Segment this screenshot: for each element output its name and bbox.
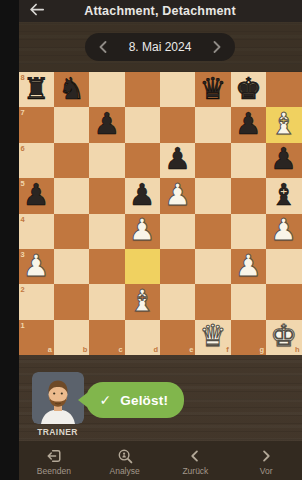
chess-board: 8♜♞♛♚7♟♟♝6♟♟5♟♟♟♝4♟♟3♟♟2♝1abcdef♛gh♚ [19,72,302,355]
square-c5[interactable] [89,178,124,213]
square-h4[interactable]: ♟ [266,214,301,249]
square-b4[interactable] [54,214,89,249]
square-h6[interactable]: ♟ [266,143,301,178]
chevron-right-icon[interactable] [210,40,224,54]
square-e2[interactable] [160,284,195,319]
white-queen: ♛ [200,321,227,351]
square-d3[interactable] [125,249,160,284]
square-e8[interactable] [160,72,195,107]
solved-bubble: ✓ Gelöst! [86,382,185,418]
white-pawn: ♟ [270,215,297,245]
square-a4[interactable]: 4 [19,214,54,249]
square-b2[interactable] [54,284,89,319]
square-f3[interactable] [195,249,230,284]
square-g1[interactable]: g [231,320,266,355]
nav-label: Vor [260,466,273,476]
square-d5[interactable]: ♟ [125,178,160,213]
square-a3[interactable]: 3♟ [19,249,54,284]
square-b8[interactable]: ♞ [54,72,89,107]
back-button[interactable] [27,2,47,20]
nav-label: Zurück [182,466,208,476]
date-zone: 8. Mai 2024 [19,22,302,72]
magnifier-icon [117,448,133,464]
white-bishop: ♝ [129,286,156,316]
square-g8[interactable]: ♚ [231,72,266,107]
black-pawn: ♟ [129,180,156,210]
white-pawn: ♟ [235,251,262,281]
square-f6[interactable] [195,143,230,178]
square-c4[interactable] [89,214,124,249]
square-b1[interactable]: b [54,320,89,355]
white-king: ♚ [270,321,297,351]
square-a2[interactable]: 2 [19,284,54,319]
square-g3[interactable]: ♟ [231,249,266,284]
square-e1[interactable]: e [160,320,195,355]
square-g6[interactable] [231,143,266,178]
square-d6[interactable] [125,143,160,178]
black-pawn: ♟ [23,180,50,210]
square-e7[interactable] [160,107,195,142]
black-bishop: ♝ [270,180,297,210]
square-h3[interactable] [266,249,301,284]
page-title: Attachment, Detachment [19,4,302,18]
white-pawn: ♟ [164,180,191,210]
square-g2[interactable] [231,284,266,319]
exit-icon [46,448,62,464]
white-pawn: ♟ [129,215,156,245]
square-h7[interactable]: ♝ [266,107,301,142]
trainer-avatar[interactable] [32,372,84,424]
file-label: f [226,346,229,354]
arrow-left-icon [28,2,45,21]
file-label: b [83,346,88,354]
black-pawn: ♟ [93,109,120,139]
square-a8[interactable]: 8♜ [19,72,54,107]
file-label: a [48,346,52,354]
square-e5[interactable]: ♟ [160,178,195,213]
square-e6[interactable]: ♟ [160,143,195,178]
rank-label: 2 [21,286,25,294]
nav-item-vor[interactable]: Vor [231,441,302,480]
square-f1[interactable]: f♛ [195,320,230,355]
square-d8[interactable] [125,72,160,107]
square-c2[interactable] [89,284,124,319]
check-icon: ✓ [100,392,112,408]
square-f5[interactable] [195,178,230,213]
square-g4[interactable] [231,214,266,249]
black-knight: ♞ [58,74,85,104]
square-b3[interactable] [54,249,89,284]
square-h8[interactable] [266,72,301,107]
square-c7[interactable]: ♟ [89,107,124,142]
file-label: d [153,346,158,354]
square-a5[interactable]: 5♟ [19,178,54,213]
square-c3[interactable] [89,249,124,284]
bottom-navbar: Beenden Analyse Zurück Vor [19,441,302,480]
square-b6[interactable] [54,143,89,178]
black-rook: ♜ [23,74,50,104]
square-f2[interactable] [195,284,230,319]
square-d1[interactable]: d [125,320,160,355]
black-king: ♚ [235,74,262,104]
nav-label: Analyse [110,466,140,476]
black-queen: ♛ [200,74,227,104]
square-b5[interactable] [54,178,89,213]
square-c1[interactable]: c [89,320,124,355]
rank-label: 1 [21,322,25,330]
chevron-right-icon [259,448,273,464]
square-h5[interactable]: ♝ [266,178,301,213]
black-pawn: ♟ [235,109,262,139]
square-g7[interactable]: ♟ [231,107,266,142]
square-e4[interactable] [160,214,195,249]
date-selector: 8. Mai 2024 [85,33,235,61]
date-label[interactable]: 8. Mai 2024 [129,40,192,54]
nav-label: Beenden [37,466,71,476]
black-pawn: ♟ [164,144,191,174]
white-pawn: ♟ [23,251,50,281]
square-a7[interactable]: 7 [19,107,54,142]
square-h2[interactable] [266,284,301,319]
nav-item-analyse[interactable]: Analyse [89,441,160,480]
trainer-zone: TRAINER ✓ Gelöst! [19,355,302,441]
square-f8[interactable]: ♛ [195,72,230,107]
rank-label: 7 [21,109,25,117]
header: Attachment, Detachment [19,0,302,22]
white-bishop: ♝ [270,109,297,139]
square-b7[interactable] [54,107,89,142]
square-f7[interactable] [195,107,230,142]
nav-item-beenden[interactable]: Beenden [19,441,90,480]
chevron-left-icon [188,448,202,464]
square-a6[interactable]: 6 [19,143,54,178]
chevron-left-icon[interactable] [96,40,110,54]
square-d7[interactable] [125,107,160,142]
square-d2[interactable]: ♝ [125,284,160,319]
black-pawn: ♟ [270,144,297,174]
file-label: g [260,346,265,354]
solved-text: Gelöst! [120,393,168,408]
nav-item-zurueck[interactable]: Zurück [160,441,231,480]
square-c6[interactable] [89,143,124,178]
square-d4[interactable]: ♟ [125,214,160,249]
file-label: e [189,346,193,354]
square-h1[interactable]: h♚ [266,320,301,355]
rank-label: 4 [21,216,25,224]
rank-label: 6 [21,145,25,153]
file-label: c [118,346,122,354]
square-c8[interactable] [89,72,124,107]
square-f4[interactable] [195,214,230,249]
square-a1[interactable]: 1a [19,320,54,355]
puzzle-app-screen: Attachment, Detachment 8. Mai 2024 8♜♞♛♚… [19,0,302,480]
square-g5[interactable] [231,178,266,213]
square-e3[interactable] [160,249,195,284]
trainer-label: TRAINER [32,427,84,437]
